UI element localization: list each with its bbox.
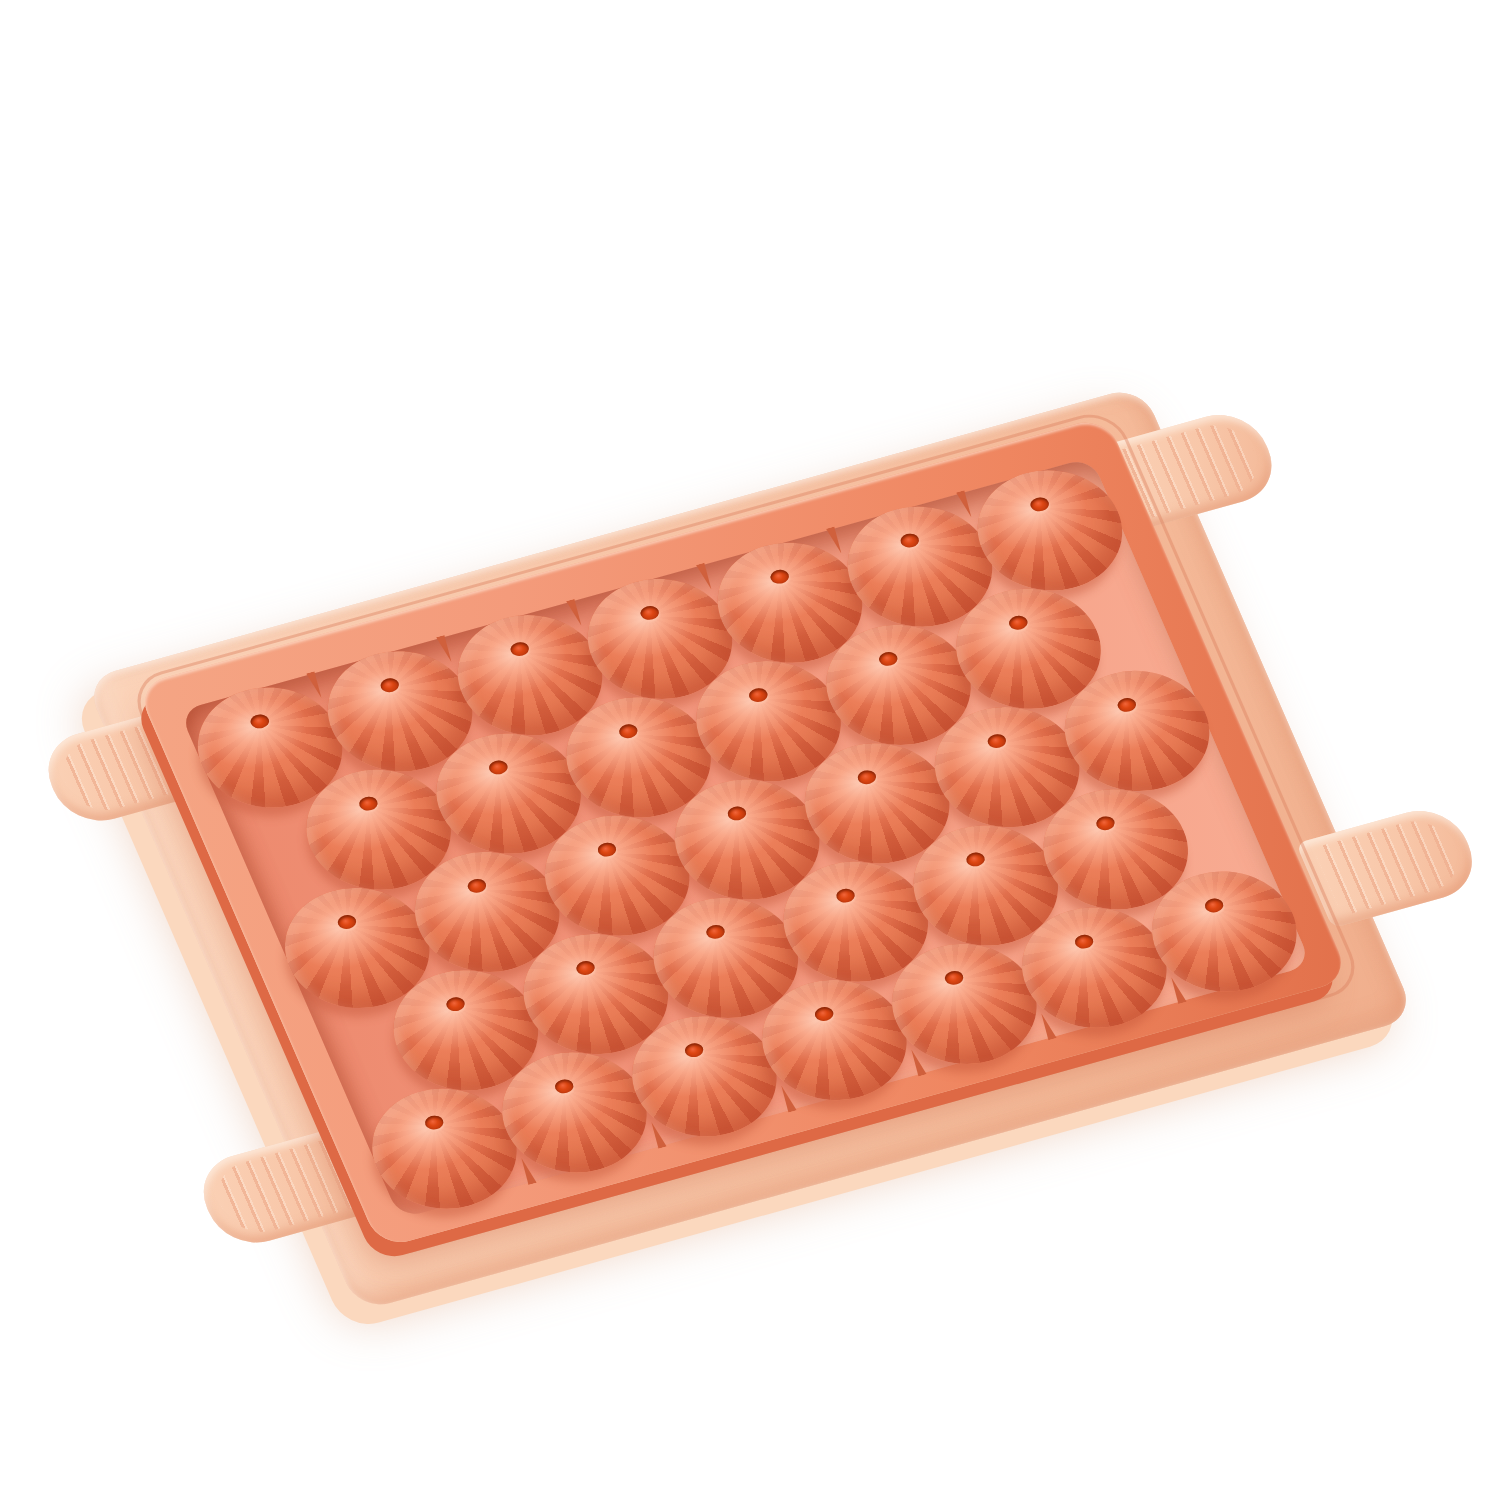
dome-hole (487, 759, 510, 777)
dome-hole (1028, 496, 1051, 514)
dome-hole (248, 713, 271, 731)
dome-hole (335, 913, 358, 931)
dome-hole (465, 877, 488, 895)
dome-hole (617, 723, 640, 741)
dome-hole (768, 568, 791, 586)
dome-hole (595, 841, 618, 859)
dome-hole (985, 733, 1008, 751)
dome-hole (1202, 897, 1225, 915)
dome-hole (964, 851, 987, 869)
dome-hole (812, 1006, 835, 1024)
dome-hole (422, 1114, 445, 1132)
dome-hole (704, 923, 727, 941)
dome-hole (898, 532, 921, 550)
dome-hole (638, 604, 661, 622)
dome-hole (942, 969, 965, 987)
tray-oblique-space (84, 385, 1416, 1311)
dome-hole (574, 959, 597, 977)
dome-hole (357, 795, 380, 813)
white-background (0, 0, 1500, 1500)
dome-hole (725, 805, 748, 823)
dome-hole (378, 677, 401, 695)
dome-hole (855, 769, 878, 787)
dome-hole (682, 1042, 705, 1060)
dome-hole (552, 1078, 575, 1096)
dome-grid (136, 416, 1106, 686)
dome-hole (1072, 933, 1095, 951)
dome-hole (508, 641, 531, 659)
dome-hole (1115, 696, 1138, 714)
dome-hole (876, 650, 899, 668)
dome-hole (444, 996, 467, 1014)
dome-hole (1006, 614, 1029, 632)
dome-hole (834, 887, 857, 905)
dome-hole (1094, 815, 1117, 833)
dome-hole (747, 687, 770, 705)
